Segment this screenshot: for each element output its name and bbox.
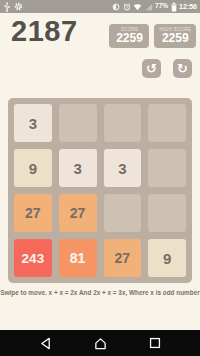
- back-icon: [40, 337, 51, 350]
- screen: 77% 12:56 2187 SCORE 2259 HIGH SCORE 225…: [0, 0, 200, 356]
- restart-button[interactable]: ↻: [173, 59, 192, 78]
- back-button[interactable]: [39, 336, 52, 350]
- home-icon: [94, 337, 107, 350]
- high-score-value: 2259: [159, 32, 191, 46]
- android-nav-bar: [0, 330, 200, 356]
- empty-cell: [104, 104, 142, 142]
- status-bar: 77% 12:56: [0, 0, 200, 13]
- usb-icon: [3, 1, 11, 12]
- recents-icon: [149, 337, 161, 349]
- status-icons-right: 77% 12:56: [112, 2, 197, 12]
- score-panel: SCORE 2259 HIGH SCORE 2259: [109, 24, 196, 48]
- home-button[interactable]: [94, 336, 107, 350]
- alarm-icon: [123, 3, 131, 11]
- status-icons-left: [3, 1, 23, 12]
- tile-3: 3: [14, 104, 52, 142]
- game-controls: ↺ ↻: [142, 59, 192, 78]
- signal-icon: [145, 3, 153, 11]
- tile-27: 27: [59, 194, 97, 232]
- empty-cell: [59, 104, 97, 142]
- recents-button[interactable]: [149, 336, 162, 350]
- battery-icon: [171, 2, 177, 12]
- empty-cell: [148, 149, 186, 187]
- clock: 12:56: [179, 3, 197, 10]
- score-value: 2259: [114, 32, 144, 46]
- tile-81: 81: [59, 239, 97, 277]
- empty-cell: [148, 104, 186, 142]
- game-board[interactable]: 3933272724381279: [8, 98, 192, 283]
- data-saver-icon: [112, 3, 120, 11]
- undo-button[interactable]: ↺: [142, 59, 161, 78]
- app-title: 2187: [11, 17, 78, 46]
- tile-9: 9: [148, 239, 186, 277]
- gear-icon: [14, 2, 23, 11]
- tile-3: 3: [104, 149, 142, 187]
- tile-27: 27: [14, 194, 52, 232]
- wifi-icon: [133, 3, 142, 11]
- hint-text: Swipe to move. x + x = 2x And 2x + x = 3…: [0, 289, 200, 296]
- high-score-box: HIGH SCORE 2259: [154, 24, 196, 48]
- score-box: SCORE 2259: [109, 24, 149, 48]
- empty-cell: [104, 194, 142, 232]
- undo-icon: ↺: [146, 62, 157, 75]
- tile-243: 243: [14, 239, 52, 277]
- tile-9: 9: [14, 149, 52, 187]
- tile-3: 3: [59, 149, 97, 187]
- refresh-icon: ↻: [177, 62, 188, 75]
- tile-27: 27: [104, 239, 142, 277]
- empty-cell: [148, 194, 186, 232]
- battery-percent: 77%: [155, 3, 168, 10]
